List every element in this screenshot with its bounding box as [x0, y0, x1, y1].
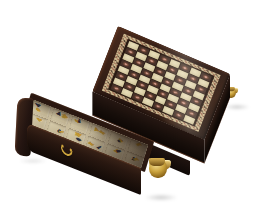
- drawer-handle: [60, 145, 73, 159]
- stored-chess-piece: ♝: [56, 129, 66, 135]
- stored-chess-piece: ♞: [114, 138, 124, 144]
- stored-chess-piece: ♜: [132, 141, 143, 148]
- stored-chess-piece: ♜: [129, 156, 140, 162]
- foot-base: [149, 158, 165, 166]
- stored-chess-piece: ♝: [75, 118, 83, 125]
- stored-chess-piece: ♟: [111, 147, 121, 155]
- product-photo-stage: ♟♞♝♜♟♞♝♜♟♞♝♜♟♞♝♜♟♞♝♜♟♞♝♜: [0, 0, 258, 222]
- ground-shadow: [18, 158, 48, 164]
- stored-chess-piece: ♞: [72, 118, 83, 125]
- stored-chess-piece: ♟: [73, 132, 84, 139]
- stored-chess-piece: ♝: [116, 138, 126, 144]
- stored-chess-piece: ♝: [129, 155, 138, 163]
- brass-foot-front: [149, 160, 173, 200]
- stored-chess-piece: ♞: [113, 148, 123, 154]
- stored-chess-piece: ♟: [35, 116, 46, 124]
- stored-chess-piece: ♟: [53, 110, 63, 118]
- stored-chess-piece: ♜: [73, 131, 82, 139]
- stored-chess-piece: ♞: [34, 107, 43, 113]
- stored-chess-piece: ♝: [58, 114, 68, 120]
- stored-chess-piece: ♜: [60, 114, 70, 120]
- stored-chess-piece: ♟: [92, 126, 101, 133]
- stored-chess-piece: ♟: [33, 101, 44, 109]
- stored-chess-piece: ♜: [97, 129, 108, 137]
